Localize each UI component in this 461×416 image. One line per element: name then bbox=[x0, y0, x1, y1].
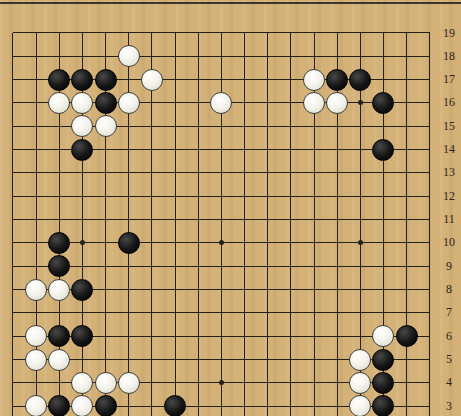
intersection-A4[interactable] bbox=[1, 371, 24, 394]
intersection-S10[interactable] bbox=[395, 231, 418, 254]
intersection-B3[interactable] bbox=[25, 395, 48, 416]
intersection-B19[interactable] bbox=[25, 21, 48, 44]
intersection-C7[interactable] bbox=[48, 301, 71, 324]
intersection-C4[interactable] bbox=[48, 371, 71, 394]
white-stone-C5[interactable] bbox=[48, 349, 70, 371]
intersection-J3[interactable] bbox=[187, 395, 210, 416]
intersection-O9[interactable] bbox=[302, 255, 325, 278]
intersection-F15[interactable] bbox=[117, 115, 140, 138]
intersection-S15[interactable] bbox=[395, 115, 418, 138]
intersection-L6[interactable] bbox=[233, 325, 256, 348]
white-stone-C8[interactable] bbox=[48, 279, 70, 301]
intersection-K14[interactable] bbox=[210, 138, 233, 161]
intersection-N10[interactable] bbox=[279, 231, 302, 254]
intersection-C17[interactable] bbox=[48, 68, 71, 91]
intersection-L11[interactable] bbox=[233, 208, 256, 231]
intersection-R17[interactable] bbox=[372, 68, 395, 91]
intersection-F14[interactable] bbox=[117, 138, 140, 161]
intersection-B8[interactable] bbox=[25, 278, 48, 301]
intersection-A5[interactable] bbox=[1, 348, 24, 371]
intersection-B14[interactable] bbox=[25, 138, 48, 161]
intersection-B13[interactable] bbox=[25, 161, 48, 184]
intersection-M14[interactable] bbox=[256, 138, 279, 161]
white-stone-E4[interactable] bbox=[95, 372, 117, 394]
intersection-Q11[interactable] bbox=[349, 208, 372, 231]
intersection-G16[interactable] bbox=[140, 91, 163, 114]
intersection-M6[interactable] bbox=[256, 325, 279, 348]
intersection-J8[interactable] bbox=[187, 278, 210, 301]
intersection-L3[interactable] bbox=[233, 395, 256, 416]
intersection-G7[interactable] bbox=[140, 301, 163, 324]
intersection-P14[interactable] bbox=[326, 138, 349, 161]
intersection-H10[interactable] bbox=[164, 231, 187, 254]
intersection-H9[interactable] bbox=[164, 255, 187, 278]
intersection-N5[interactable] bbox=[279, 348, 302, 371]
intersection-B12[interactable] bbox=[25, 185, 48, 208]
intersection-D14[interactable] bbox=[71, 138, 94, 161]
white-stone-O16[interactable] bbox=[303, 92, 325, 114]
intersection-J4[interactable] bbox=[187, 371, 210, 394]
intersection-D16[interactable] bbox=[71, 91, 94, 114]
intersection-Q13[interactable] bbox=[349, 161, 372, 184]
intersection-A19[interactable] bbox=[1, 21, 24, 44]
intersection-F5[interactable] bbox=[117, 348, 140, 371]
intersection-E16[interactable] bbox=[94, 91, 117, 114]
white-stone-Q5[interactable] bbox=[349, 349, 371, 371]
intersection-K9[interactable] bbox=[210, 255, 233, 278]
black-stone-R14[interactable] bbox=[372, 139, 394, 161]
intersection-B18[interactable] bbox=[25, 45, 48, 68]
intersection-F10[interactable] bbox=[117, 231, 140, 254]
intersection-J5[interactable] bbox=[187, 348, 210, 371]
intersection-R16[interactable] bbox=[372, 91, 395, 114]
white-stone-F16[interactable] bbox=[118, 92, 140, 114]
intersection-R18[interactable] bbox=[372, 45, 395, 68]
black-stone-C9[interactable] bbox=[48, 255, 70, 277]
black-stone-C10[interactable] bbox=[48, 232, 70, 254]
intersection-S9[interactable] bbox=[395, 255, 418, 278]
intersection-R19[interactable] bbox=[372, 21, 395, 44]
intersection-R15[interactable] bbox=[372, 115, 395, 138]
intersection-O12[interactable] bbox=[302, 185, 325, 208]
intersection-M7[interactable] bbox=[256, 301, 279, 324]
intersection-G13[interactable] bbox=[140, 161, 163, 184]
intersection-N6[interactable] bbox=[279, 325, 302, 348]
intersection-E3[interactable] bbox=[94, 395, 117, 416]
intersection-B11[interactable] bbox=[25, 208, 48, 231]
intersection-S11[interactable] bbox=[395, 208, 418, 231]
intersection-H15[interactable] bbox=[164, 115, 187, 138]
intersection-L7[interactable] bbox=[233, 301, 256, 324]
intersection-H3[interactable] bbox=[164, 395, 187, 416]
intersection-S14[interactable] bbox=[395, 138, 418, 161]
intersection-E15[interactable] bbox=[94, 115, 117, 138]
intersection-H11[interactable] bbox=[164, 208, 187, 231]
intersection-J17[interactable] bbox=[187, 68, 210, 91]
intersection-J15[interactable] bbox=[187, 115, 210, 138]
intersection-P16[interactable] bbox=[326, 91, 349, 114]
intersection-E12[interactable] bbox=[94, 185, 117, 208]
intersection-K5[interactable] bbox=[210, 348, 233, 371]
intersection-A12[interactable] bbox=[1, 185, 24, 208]
white-stone-R6[interactable] bbox=[372, 325, 394, 347]
intersection-M11[interactable] bbox=[256, 208, 279, 231]
intersection-F18[interactable] bbox=[117, 45, 140, 68]
intersection-Q16[interactable] bbox=[349, 91, 372, 114]
intersection-R4[interactable] bbox=[372, 371, 395, 394]
intersection-Q18[interactable] bbox=[349, 45, 372, 68]
intersection-C5[interactable] bbox=[48, 348, 71, 371]
intersection-J16[interactable] bbox=[187, 91, 210, 114]
black-stone-F10[interactable] bbox=[118, 232, 140, 254]
intersection-E4[interactable] bbox=[94, 371, 117, 394]
intersection-M12[interactable] bbox=[256, 185, 279, 208]
intersection-N3[interactable] bbox=[279, 395, 302, 416]
intersection-G9[interactable] bbox=[140, 255, 163, 278]
intersection-S19[interactable] bbox=[395, 21, 418, 44]
intersection-N8[interactable] bbox=[279, 278, 302, 301]
intersection-C14[interactable] bbox=[48, 138, 71, 161]
intersection-S8[interactable] bbox=[395, 278, 418, 301]
intersection-N12[interactable] bbox=[279, 185, 302, 208]
intersection-E19[interactable] bbox=[94, 21, 117, 44]
intersection-H13[interactable] bbox=[164, 161, 187, 184]
intersection-E5[interactable] bbox=[94, 348, 117, 371]
intersection-O16[interactable] bbox=[302, 91, 325, 114]
intersection-A3[interactable] bbox=[1, 395, 24, 416]
intersection-P3[interactable] bbox=[326, 395, 349, 416]
intersection-F16[interactable] bbox=[117, 91, 140, 114]
intersection-K3[interactable] bbox=[210, 395, 233, 416]
intersection-K11[interactable] bbox=[210, 208, 233, 231]
intersection-F11[interactable] bbox=[117, 208, 140, 231]
intersection-Q19[interactable] bbox=[349, 21, 372, 44]
intersection-E13[interactable] bbox=[94, 161, 117, 184]
intersection-H19[interactable] bbox=[164, 21, 187, 44]
black-stone-R3[interactable] bbox=[372, 395, 394, 416]
intersection-Q14[interactable] bbox=[349, 138, 372, 161]
black-stone-R4[interactable] bbox=[372, 372, 394, 394]
intersection-E8[interactable] bbox=[94, 278, 117, 301]
intersection-K6[interactable] bbox=[210, 325, 233, 348]
black-stone-C6[interactable] bbox=[48, 325, 70, 347]
intersection-Q6[interactable] bbox=[349, 325, 372, 348]
intersection-G12[interactable] bbox=[140, 185, 163, 208]
intersection-H5[interactable] bbox=[164, 348, 187, 371]
intersection-N18[interactable] bbox=[279, 45, 302, 68]
intersection-J13[interactable] bbox=[187, 161, 210, 184]
intersection-F3[interactable] bbox=[117, 395, 140, 416]
intersection-A13[interactable] bbox=[1, 161, 24, 184]
intersection-J19[interactable] bbox=[187, 21, 210, 44]
intersection-N16[interactable] bbox=[279, 91, 302, 114]
intersection-D12[interactable] bbox=[71, 185, 94, 208]
intersection-B4[interactable] bbox=[25, 371, 48, 394]
intersection-L10[interactable] bbox=[233, 231, 256, 254]
intersection-R11[interactable] bbox=[372, 208, 395, 231]
intersection-E18[interactable] bbox=[94, 45, 117, 68]
intersection-R10[interactable] bbox=[372, 231, 395, 254]
intersection-G15[interactable] bbox=[140, 115, 163, 138]
intersection-H7[interactable] bbox=[164, 301, 187, 324]
intersection-N7[interactable] bbox=[279, 301, 302, 324]
intersection-K13[interactable] bbox=[210, 161, 233, 184]
intersection-M16[interactable] bbox=[256, 91, 279, 114]
intersection-A8[interactable] bbox=[1, 278, 24, 301]
intersection-Q9[interactable] bbox=[349, 255, 372, 278]
intersection-P15[interactable] bbox=[326, 115, 349, 138]
black-stone-R5[interactable] bbox=[372, 349, 394, 371]
black-stone-E3[interactable] bbox=[95, 395, 117, 416]
intersection-L4[interactable] bbox=[233, 371, 256, 394]
white-stone-F4[interactable] bbox=[118, 372, 140, 394]
intersection-M8[interactable] bbox=[256, 278, 279, 301]
intersection-A16[interactable] bbox=[1, 91, 24, 114]
intersection-J11[interactable] bbox=[187, 208, 210, 231]
intersection-C11[interactable] bbox=[48, 208, 71, 231]
white-stone-B6[interactable] bbox=[25, 325, 47, 347]
white-stone-P16[interactable] bbox=[326, 92, 348, 114]
intersection-N9[interactable] bbox=[279, 255, 302, 278]
white-stone-D4[interactable] bbox=[71, 372, 93, 394]
intersection-F6[interactable] bbox=[117, 325, 140, 348]
intersection-Q3[interactable] bbox=[349, 395, 372, 416]
intersection-H16[interactable] bbox=[164, 91, 187, 114]
intersection-F12[interactable] bbox=[117, 185, 140, 208]
white-stone-Q3[interactable] bbox=[349, 395, 371, 416]
intersection-F17[interactable] bbox=[117, 68, 140, 91]
intersection-D19[interactable] bbox=[71, 21, 94, 44]
intersection-S16[interactable] bbox=[395, 91, 418, 114]
intersection-B16[interactable] bbox=[25, 91, 48, 114]
white-stone-B8[interactable] bbox=[25, 279, 47, 301]
intersection-G10[interactable] bbox=[140, 231, 163, 254]
intersection-R3[interactable] bbox=[372, 395, 395, 416]
intersection-D5[interactable] bbox=[71, 348, 94, 371]
white-stone-Q4[interactable] bbox=[349, 372, 371, 394]
intersection-G3[interactable] bbox=[140, 395, 163, 416]
intersection-S5[interactable] bbox=[395, 348, 418, 371]
intersection-N4[interactable] bbox=[279, 371, 302, 394]
intersection-H8[interactable] bbox=[164, 278, 187, 301]
intersection-M13[interactable] bbox=[256, 161, 279, 184]
black-stone-C3[interactable] bbox=[48, 395, 70, 416]
intersection-K17[interactable] bbox=[210, 68, 233, 91]
intersection-R13[interactable] bbox=[372, 161, 395, 184]
black-stone-R16[interactable] bbox=[372, 92, 394, 114]
intersection-Q17[interactable] bbox=[349, 68, 372, 91]
intersection-N17[interactable] bbox=[279, 68, 302, 91]
intersection-L12[interactable] bbox=[233, 185, 256, 208]
intersection-J14[interactable] bbox=[187, 138, 210, 161]
intersection-D6[interactable] bbox=[71, 325, 94, 348]
intersection-R12[interactable] bbox=[372, 185, 395, 208]
intersection-D17[interactable] bbox=[71, 68, 94, 91]
intersection-H12[interactable] bbox=[164, 185, 187, 208]
intersection-L16[interactable] bbox=[233, 91, 256, 114]
intersection-Q8[interactable] bbox=[349, 278, 372, 301]
intersection-M4[interactable] bbox=[256, 371, 279, 394]
intersection-S7[interactable] bbox=[395, 301, 418, 324]
intersection-L15[interactable] bbox=[233, 115, 256, 138]
intersection-P10[interactable] bbox=[326, 231, 349, 254]
intersection-A10[interactable] bbox=[1, 231, 24, 254]
intersection-L5[interactable] bbox=[233, 348, 256, 371]
intersection-D15[interactable] bbox=[71, 115, 94, 138]
intersection-P4[interactable] bbox=[326, 371, 349, 394]
intersection-E11[interactable] bbox=[94, 208, 117, 231]
intersection-D9[interactable] bbox=[71, 255, 94, 278]
intersection-S12[interactable] bbox=[395, 185, 418, 208]
white-stone-O17[interactable] bbox=[303, 69, 325, 91]
intersection-O6[interactable] bbox=[302, 325, 325, 348]
intersection-Q7[interactable] bbox=[349, 301, 372, 324]
intersection-K10[interactable] bbox=[210, 231, 233, 254]
black-stone-C17[interactable] bbox=[48, 69, 70, 91]
intersection-Q4[interactable] bbox=[349, 371, 372, 394]
intersection-O18[interactable] bbox=[302, 45, 325, 68]
intersection-P12[interactable] bbox=[326, 185, 349, 208]
white-stone-D15[interactable] bbox=[71, 115, 93, 137]
intersection-C9[interactable] bbox=[48, 255, 71, 278]
black-stone-Q17[interactable] bbox=[349, 69, 371, 91]
intersection-O5[interactable] bbox=[302, 348, 325, 371]
intersection-C15[interactable] bbox=[48, 115, 71, 138]
intersection-M18[interactable] bbox=[256, 45, 279, 68]
intersection-P19[interactable] bbox=[326, 21, 349, 44]
intersection-L17[interactable] bbox=[233, 68, 256, 91]
intersection-F7[interactable] bbox=[117, 301, 140, 324]
intersection-M10[interactable] bbox=[256, 231, 279, 254]
intersection-O11[interactable] bbox=[302, 208, 325, 231]
white-stone-D3[interactable] bbox=[71, 395, 93, 416]
intersection-N14[interactable] bbox=[279, 138, 302, 161]
intersection-E14[interactable] bbox=[94, 138, 117, 161]
black-stone-D14[interactable] bbox=[71, 139, 93, 161]
intersection-O8[interactable] bbox=[302, 278, 325, 301]
intersection-R5[interactable] bbox=[372, 348, 395, 371]
intersection-H18[interactable] bbox=[164, 45, 187, 68]
intersection-R9[interactable] bbox=[372, 255, 395, 278]
black-stone-D6[interactable] bbox=[71, 325, 93, 347]
intersection-C13[interactable] bbox=[48, 161, 71, 184]
intersection-G5[interactable] bbox=[140, 348, 163, 371]
intersection-P7[interactable] bbox=[326, 301, 349, 324]
black-stone-H3[interactable] bbox=[164, 395, 186, 416]
intersection-E17[interactable] bbox=[94, 68, 117, 91]
intersection-B5[interactable] bbox=[25, 348, 48, 371]
white-stone-F18[interactable] bbox=[118, 45, 140, 67]
intersection-O15[interactable] bbox=[302, 115, 325, 138]
intersection-J6[interactable] bbox=[187, 325, 210, 348]
intersection-K8[interactable] bbox=[210, 278, 233, 301]
intersection-D7[interactable] bbox=[71, 301, 94, 324]
intersection-J9[interactable] bbox=[187, 255, 210, 278]
intersection-S18[interactable] bbox=[395, 45, 418, 68]
intersection-P8[interactable] bbox=[326, 278, 349, 301]
black-stone-S6[interactable] bbox=[396, 325, 418, 347]
intersection-H14[interactable] bbox=[164, 138, 187, 161]
intersection-E6[interactable] bbox=[94, 325, 117, 348]
intersection-R7[interactable] bbox=[372, 301, 395, 324]
intersection-O7[interactable] bbox=[302, 301, 325, 324]
intersection-L14[interactable] bbox=[233, 138, 256, 161]
intersection-P17[interactable] bbox=[326, 68, 349, 91]
intersection-P5[interactable] bbox=[326, 348, 349, 371]
intersection-C10[interactable] bbox=[48, 231, 71, 254]
intersection-B17[interactable] bbox=[25, 68, 48, 91]
intersection-C6[interactable] bbox=[48, 325, 71, 348]
intersection-G18[interactable] bbox=[140, 45, 163, 68]
intersection-N11[interactable] bbox=[279, 208, 302, 231]
intersection-Q12[interactable] bbox=[349, 185, 372, 208]
intersection-A18[interactable] bbox=[1, 45, 24, 68]
intersection-A17[interactable] bbox=[1, 68, 24, 91]
intersection-J10[interactable] bbox=[187, 231, 210, 254]
intersection-L8[interactable] bbox=[233, 278, 256, 301]
intersection-B9[interactable] bbox=[25, 255, 48, 278]
intersection-F9[interactable] bbox=[117, 255, 140, 278]
intersection-O10[interactable] bbox=[302, 231, 325, 254]
intersection-D13[interactable] bbox=[71, 161, 94, 184]
intersection-R14[interactable] bbox=[372, 138, 395, 161]
intersection-K16[interactable] bbox=[210, 91, 233, 114]
intersection-K12[interactable] bbox=[210, 185, 233, 208]
intersection-C12[interactable] bbox=[48, 185, 71, 208]
intersection-S4[interactable] bbox=[395, 371, 418, 394]
intersection-S3[interactable] bbox=[395, 395, 418, 416]
intersection-P11[interactable] bbox=[326, 208, 349, 231]
intersection-L9[interactable] bbox=[233, 255, 256, 278]
intersection-R6[interactable] bbox=[372, 325, 395, 348]
white-stone-B3[interactable] bbox=[25, 395, 47, 416]
intersection-M19[interactable] bbox=[256, 21, 279, 44]
intersection-C18[interactable] bbox=[48, 45, 71, 68]
intersection-B7[interactable] bbox=[25, 301, 48, 324]
intersection-G14[interactable] bbox=[140, 138, 163, 161]
intersection-G8[interactable] bbox=[140, 278, 163, 301]
intersection-B15[interactable] bbox=[25, 115, 48, 138]
intersection-O13[interactable] bbox=[302, 161, 325, 184]
black-stone-D17[interactable] bbox=[71, 69, 93, 91]
intersection-H6[interactable] bbox=[164, 325, 187, 348]
white-stone-D16[interactable] bbox=[71, 92, 93, 114]
intersection-O19[interactable] bbox=[302, 21, 325, 44]
intersection-O4[interactable] bbox=[302, 371, 325, 394]
intersection-G11[interactable] bbox=[140, 208, 163, 231]
intersection-P6[interactable] bbox=[326, 325, 349, 348]
intersection-S13[interactable] bbox=[395, 161, 418, 184]
intersection-E10[interactable] bbox=[94, 231, 117, 254]
intersection-G17[interactable] bbox=[140, 68, 163, 91]
intersection-C8[interactable] bbox=[48, 278, 71, 301]
intersection-A6[interactable] bbox=[1, 325, 24, 348]
intersection-K18[interactable] bbox=[210, 45, 233, 68]
intersection-H4[interactable] bbox=[164, 371, 187, 394]
intersection-S6[interactable] bbox=[395, 325, 418, 348]
intersection-Q5[interactable] bbox=[349, 348, 372, 371]
intersection-H17[interactable] bbox=[164, 68, 187, 91]
intersection-K7[interactable] bbox=[210, 301, 233, 324]
intersection-B6[interactable] bbox=[25, 325, 48, 348]
intersection-D3[interactable] bbox=[71, 395, 94, 416]
black-stone-P17[interactable] bbox=[326, 69, 348, 91]
intersection-L13[interactable] bbox=[233, 161, 256, 184]
white-stone-G17[interactable] bbox=[141, 69, 163, 91]
white-stone-K16[interactable] bbox=[210, 92, 232, 114]
black-stone-E17[interactable] bbox=[95, 69, 117, 91]
intersection-O3[interactable] bbox=[302, 395, 325, 416]
